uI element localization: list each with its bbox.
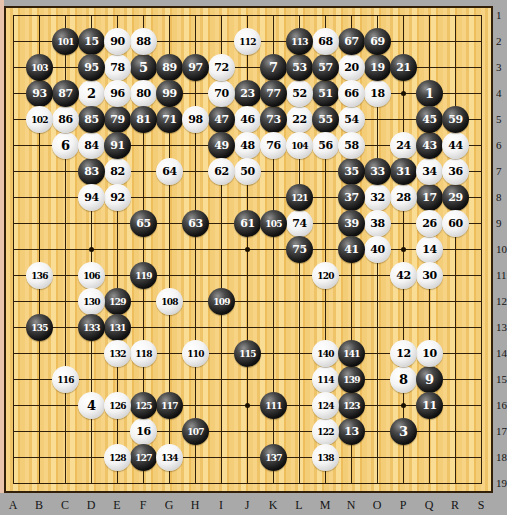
stone-move-91: 91: [104, 132, 131, 159]
stone-move-136: 136: [26, 262, 53, 289]
stone-move-73: 73: [260, 106, 287, 133]
stone-move-135: 135: [26, 314, 53, 341]
stone-move-85: 85: [78, 106, 105, 133]
stone-move-17: 17: [416, 184, 443, 211]
column-label-M: M: [317, 497, 333, 513]
stone-move-129: 129: [104, 288, 131, 315]
column-label-K: K: [265, 497, 281, 513]
stone-move-76: 76: [260, 132, 287, 159]
stone-move-97: 97: [182, 54, 209, 81]
stone-move-132: 132: [104, 340, 131, 367]
column-label-N: N: [343, 497, 359, 513]
stone-move-113: 113: [286, 28, 313, 55]
stone-move-23: 23: [234, 80, 261, 107]
stone-move-9: 9: [416, 366, 443, 393]
row-label-5: 5: [496, 113, 507, 126]
stone-move-53: 53: [286, 54, 313, 81]
stone-move-26: 26: [416, 210, 443, 237]
stone-move-139: 139: [338, 366, 365, 393]
stone-move-74: 74: [286, 210, 313, 237]
star-point: [401, 247, 406, 252]
stone-move-131: 131: [104, 314, 131, 341]
star-point: [401, 91, 406, 96]
stone-move-78: 78: [104, 54, 131, 81]
stone-move-126: 126: [104, 392, 131, 419]
stone-move-105: 105: [260, 210, 287, 237]
row-label-4: 4: [496, 87, 507, 100]
stone-move-68: 68: [312, 28, 339, 55]
stone-move-121: 121: [286, 184, 313, 211]
stone-move-117: 117: [156, 392, 183, 419]
stone-move-118: 118: [130, 340, 157, 367]
stone-move-115: 115: [234, 340, 261, 367]
row-label-17: 17: [496, 425, 507, 438]
grid-line-vertical: [455, 15, 456, 484]
stone-move-55: 55: [312, 106, 339, 133]
stone-move-32: 32: [364, 184, 391, 211]
stone-move-75: 75: [286, 236, 313, 263]
stone-move-29: 29: [442, 184, 469, 211]
stone-move-101: 101: [52, 28, 79, 55]
stone-move-137: 137: [260, 444, 287, 471]
stone-move-14: 14: [416, 236, 443, 263]
row-label-1: 1: [496, 9, 507, 22]
stone-move-21: 21: [390, 54, 417, 81]
stone-move-138: 138: [312, 444, 339, 471]
stone-move-24: 24: [390, 132, 417, 159]
stone-move-57: 57: [312, 54, 339, 81]
stone-move-96: 96: [104, 80, 131, 107]
stone-move-44: 44: [442, 132, 469, 159]
column-label-H: H: [187, 497, 203, 513]
stone-move-30: 30: [416, 262, 443, 289]
stone-move-130: 130: [78, 288, 105, 315]
row-label-11: 11: [496, 269, 507, 282]
stone-move-15: 15: [78, 28, 105, 55]
stone-move-88: 88: [130, 28, 157, 55]
row-label-19: 19: [496, 477, 507, 490]
stone-move-3: 3: [390, 418, 417, 445]
stone-move-125: 125: [130, 392, 157, 419]
stone-move-84: 84: [78, 132, 105, 159]
row-label-8: 8: [496, 191, 507, 204]
stone-move-40: 40: [364, 236, 391, 263]
grid-line-horizontal: [13, 483, 482, 484]
row-label-16: 16: [496, 399, 507, 412]
column-label-A: A: [5, 497, 21, 513]
stone-move-8: 8: [390, 366, 417, 393]
column-label-C: C: [57, 497, 73, 513]
stone-move-120: 120: [312, 262, 339, 289]
star-point: [245, 403, 250, 408]
column-label-G: G: [161, 497, 177, 513]
row-label-13: 13: [496, 321, 507, 334]
row-label-3: 3: [496, 61, 507, 74]
column-label-F: F: [135, 497, 151, 513]
row-label-12: 12: [496, 295, 507, 308]
stone-move-35: 35: [338, 158, 365, 185]
stone-move-72: 72: [208, 54, 235, 81]
row-label-15: 15: [496, 373, 507, 386]
stone-move-103: 103: [26, 54, 53, 81]
stone-move-10: 10: [416, 340, 443, 367]
stone-move-134: 134: [156, 444, 183, 471]
stone-move-77: 77: [260, 80, 287, 107]
stone-move-93: 93: [26, 80, 53, 107]
go-kifu-window: 1234567891011121314151617181920212223242…: [0, 0, 507, 515]
stone-move-114: 114: [312, 366, 339, 393]
stone-move-48: 48: [234, 132, 261, 159]
stone-move-80: 80: [130, 80, 157, 107]
stone-move-61: 61: [234, 210, 261, 237]
stone-move-41: 41: [338, 236, 365, 263]
stone-move-79: 79: [104, 106, 131, 133]
star-point: [89, 247, 94, 252]
stone-move-11: 11: [416, 392, 443, 419]
stone-move-12: 12: [390, 340, 417, 367]
stone-move-13: 13: [338, 418, 365, 445]
stone-move-95: 95: [78, 54, 105, 81]
column-label-E: E: [109, 497, 125, 513]
stone-move-86: 86: [52, 106, 79, 133]
row-label-10: 10: [496, 243, 507, 256]
stone-move-18: 18: [364, 80, 391, 107]
stone-move-64: 64: [156, 158, 183, 185]
stone-move-112: 112: [234, 28, 261, 55]
stone-move-124: 124: [312, 392, 339, 419]
stone-move-90: 90: [104, 28, 131, 55]
grid-line-vertical: [481, 15, 482, 484]
stone-move-34: 34: [416, 158, 443, 185]
stone-move-59: 59: [442, 106, 469, 133]
stone-move-38: 38: [364, 210, 391, 237]
stone-move-83: 83: [78, 158, 105, 185]
stone-move-47: 47: [208, 106, 235, 133]
stone-move-20: 20: [338, 54, 365, 81]
star-point: [245, 247, 250, 252]
star-point: [401, 403, 406, 408]
stone-move-22: 22: [286, 106, 313, 133]
stone-move-37: 37: [338, 184, 365, 211]
stone-move-16: 16: [130, 418, 157, 445]
stone-move-81: 81: [130, 106, 157, 133]
stone-move-116: 116: [52, 366, 79, 393]
stone-move-65: 65: [130, 210, 157, 237]
column-label-R: R: [447, 497, 463, 513]
stone-move-50: 50: [234, 158, 261, 185]
stone-move-46: 46: [234, 106, 261, 133]
stone-move-102: 102: [26, 106, 53, 133]
stone-move-2: 2: [78, 80, 105, 107]
stone-move-56: 56: [312, 132, 339, 159]
stone-move-119: 119: [130, 262, 157, 289]
stone-move-106: 106: [78, 262, 105, 289]
stone-move-51: 51: [312, 80, 339, 107]
stone-move-94: 94: [78, 184, 105, 211]
stone-move-7: 7: [260, 54, 287, 81]
stone-move-110: 110: [182, 340, 209, 367]
column-label-D: D: [83, 497, 99, 513]
stone-move-28: 28: [390, 184, 417, 211]
column-label-B: B: [31, 497, 47, 513]
stone-move-89: 89: [156, 54, 183, 81]
stone-move-4: 4: [78, 392, 105, 419]
stone-move-52: 52: [286, 80, 313, 107]
stone-move-108: 108: [156, 288, 183, 315]
stone-move-71: 71: [156, 106, 183, 133]
grid-line-horizontal: [13, 457, 482, 458]
stone-move-36: 36: [442, 158, 469, 185]
stone-move-92: 92: [104, 184, 131, 211]
stone-move-1: 1: [416, 80, 443, 107]
stone-move-104: 104: [286, 132, 313, 159]
stone-move-82: 82: [104, 158, 131, 185]
stone-move-133: 133: [78, 314, 105, 341]
stone-move-111: 111: [260, 392, 287, 419]
stone-move-31: 31: [390, 158, 417, 185]
stone-move-33: 33: [364, 158, 391, 185]
column-label-I: I: [213, 497, 229, 513]
stone-move-60: 60: [442, 210, 469, 237]
stone-move-122: 122: [312, 418, 339, 445]
stone-move-70: 70: [208, 80, 235, 107]
stone-move-54: 54: [338, 106, 365, 133]
stone-move-140: 140: [312, 340, 339, 367]
stone-move-62: 62: [208, 158, 235, 185]
stone-move-98: 98: [182, 106, 209, 133]
stone-move-99: 99: [156, 80, 183, 107]
stone-move-39: 39: [338, 210, 365, 237]
stone-move-6: 6: [52, 132, 79, 159]
stone-move-67: 67: [338, 28, 365, 55]
stone-move-5: 5: [130, 54, 157, 81]
stone-move-42: 42: [390, 262, 417, 289]
stone-move-69: 69: [364, 28, 391, 55]
row-label-6: 6: [496, 139, 507, 152]
stone-move-58: 58: [338, 132, 365, 159]
column-label-Q: Q: [421, 497, 437, 513]
row-label-2: 2: [496, 35, 507, 48]
column-label-J: J: [239, 497, 255, 513]
column-label-P: P: [395, 497, 411, 513]
stone-move-128: 128: [104, 444, 131, 471]
stone-move-141: 141: [338, 340, 365, 367]
stone-move-123: 123: [338, 392, 365, 419]
stone-move-66: 66: [338, 80, 365, 107]
stone-move-43: 43: [416, 132, 443, 159]
row-label-7: 7: [496, 165, 507, 178]
row-label-9: 9: [496, 217, 507, 230]
stone-move-87: 87: [52, 80, 79, 107]
stone-move-49: 49: [208, 132, 235, 159]
column-label-S: S: [473, 497, 489, 513]
stone-move-107: 107: [182, 418, 209, 445]
column-label-L: L: [291, 497, 307, 513]
stone-move-63: 63: [182, 210, 209, 237]
stone-move-109: 109: [208, 288, 235, 315]
stone-move-19: 19: [364, 54, 391, 81]
column-label-O: O: [369, 497, 385, 513]
stone-move-127: 127: [130, 444, 157, 471]
stone-move-45: 45: [416, 106, 443, 133]
row-label-18: 18: [496, 451, 507, 464]
row-label-14: 14: [496, 347, 507, 360]
